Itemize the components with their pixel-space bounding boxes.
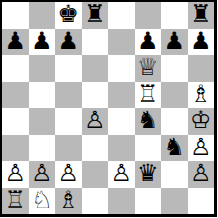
piece-black-pawn-f7: ♟ — [137, 29, 159, 53]
square-h2[interactable]: ♙ — [188, 161, 215, 188]
square-d4[interactable]: ♙ — [82, 108, 109, 135]
square-c5[interactable] — [55, 82, 82, 109]
square-e2[interactable]: ♙ — [108, 161, 135, 188]
square-c2[interactable]: ♙ — [55, 161, 82, 188]
square-f1[interactable] — [135, 188, 162, 215]
square-f5[interactable]: ♖ — [135, 82, 162, 109]
square-b1[interactable]: ♘ — [29, 188, 56, 215]
square-d6[interactable] — [82, 55, 109, 82]
piece-black-king-c8: ♚ — [57, 2, 79, 26]
piece-black-queen-f2: ♛ — [137, 161, 159, 185]
square-a2[interactable]: ♙ — [2, 161, 29, 188]
piece-black-pawn-g7: ♟ — [163, 29, 185, 53]
piece-white-pawn-c2: ♙ — [57, 161, 79, 185]
square-a5[interactable] — [2, 82, 29, 109]
square-c4[interactable] — [55, 108, 82, 135]
square-e5[interactable] — [108, 82, 135, 109]
square-e7[interactable] — [108, 29, 135, 56]
square-h8[interactable]: ♜ — [188, 2, 215, 29]
square-a4[interactable] — [2, 108, 29, 135]
piece-black-pawn-b7: ♟ — [31, 29, 53, 53]
square-e6[interactable] — [108, 55, 135, 82]
piece-white-rook-f5: ♖ — [137, 82, 159, 106]
piece-white-pawn-h2: ♙ — [190, 161, 212, 185]
square-f2[interactable]: ♛ — [135, 161, 162, 188]
square-h4[interactable]: ♔ — [188, 108, 215, 135]
square-d1[interactable] — [82, 188, 109, 215]
piece-white-pawn-h3: ♙ — [190, 135, 212, 159]
piece-white-pawn-e2: ♙ — [110, 161, 132, 185]
piece-white-pawn-a2: ♙ — [4, 161, 26, 185]
square-h6[interactable] — [188, 55, 215, 82]
piece-white-king-h4: ♔ — [190, 108, 212, 132]
piece-black-rook-h8: ♜ — [190, 2, 212, 26]
square-g7[interactable]: ♟ — [161, 29, 188, 56]
square-h7[interactable]: ♟ — [188, 29, 215, 56]
square-g1[interactable] — [161, 188, 188, 215]
chess-board: ♚♜♜♟♟♟♟♟♟♕♖♗♙♞♔♞♙♙♙♙♙♛♙♖♘♗ — [0, 0, 217, 217]
square-a1[interactable]: ♖ — [2, 188, 29, 215]
square-c1[interactable]: ♗ — [55, 188, 82, 215]
square-g5[interactable] — [161, 82, 188, 109]
piece-black-rook-d8: ♜ — [84, 2, 106, 26]
square-a8[interactable] — [2, 2, 29, 29]
piece-black-pawn-h7: ♟ — [190, 29, 212, 53]
piece-white-bishop-h5: ♗ — [190, 82, 212, 106]
piece-black-knight-f4: ♞ — [137, 108, 159, 132]
square-f4[interactable]: ♞ — [135, 108, 162, 135]
square-e8[interactable] — [108, 2, 135, 29]
square-e4[interactable] — [108, 108, 135, 135]
square-a7[interactable]: ♟ — [2, 29, 29, 56]
piece-white-queen-f6: ♕ — [137, 55, 159, 79]
square-f7[interactable]: ♟ — [135, 29, 162, 56]
square-g6[interactable] — [161, 55, 188, 82]
square-b7[interactable]: ♟ — [29, 29, 56, 56]
square-g4[interactable] — [161, 108, 188, 135]
square-h5[interactable]: ♗ — [188, 82, 215, 109]
square-c6[interactable] — [55, 55, 82, 82]
square-f3[interactable] — [135, 135, 162, 162]
piece-black-pawn-a7: ♟ — [4, 29, 26, 53]
square-f8[interactable] — [135, 2, 162, 29]
square-e1[interactable] — [108, 188, 135, 215]
square-d8[interactable]: ♜ — [82, 2, 109, 29]
square-e3[interactable] — [108, 135, 135, 162]
piece-black-pawn-c7: ♟ — [57, 29, 79, 53]
square-f6[interactable]: ♕ — [135, 55, 162, 82]
square-b8[interactable] — [29, 2, 56, 29]
square-d7[interactable] — [82, 29, 109, 56]
square-a6[interactable] — [2, 55, 29, 82]
piece-white-rook-a1: ♖ — [4, 188, 26, 212]
piece-white-pawn-d4: ♙ — [84, 108, 106, 132]
piece-white-knight-b1: ♘ — [31, 188, 53, 212]
square-d2[interactable] — [82, 161, 109, 188]
square-h3[interactable]: ♙ — [188, 135, 215, 162]
square-b2[interactable]: ♙ — [29, 161, 56, 188]
square-g2[interactable] — [161, 161, 188, 188]
square-d5[interactable] — [82, 82, 109, 109]
square-c8[interactable]: ♚ — [55, 2, 82, 29]
square-a3[interactable] — [2, 135, 29, 162]
square-b6[interactable] — [29, 55, 56, 82]
square-b4[interactable] — [29, 108, 56, 135]
piece-white-bishop-c1: ♗ — [57, 188, 79, 212]
piece-black-knight-g3: ♞ — [163, 135, 185, 159]
square-c3[interactable] — [55, 135, 82, 162]
square-h1[interactable] — [188, 188, 215, 215]
square-c7[interactable]: ♟ — [55, 29, 82, 56]
square-d3[interactable] — [82, 135, 109, 162]
piece-white-pawn-b2: ♙ — [31, 161, 53, 185]
square-b3[interactable] — [29, 135, 56, 162]
square-g8[interactable] — [161, 2, 188, 29]
square-g3[interactable]: ♞ — [161, 135, 188, 162]
square-b5[interactable] — [29, 82, 56, 109]
